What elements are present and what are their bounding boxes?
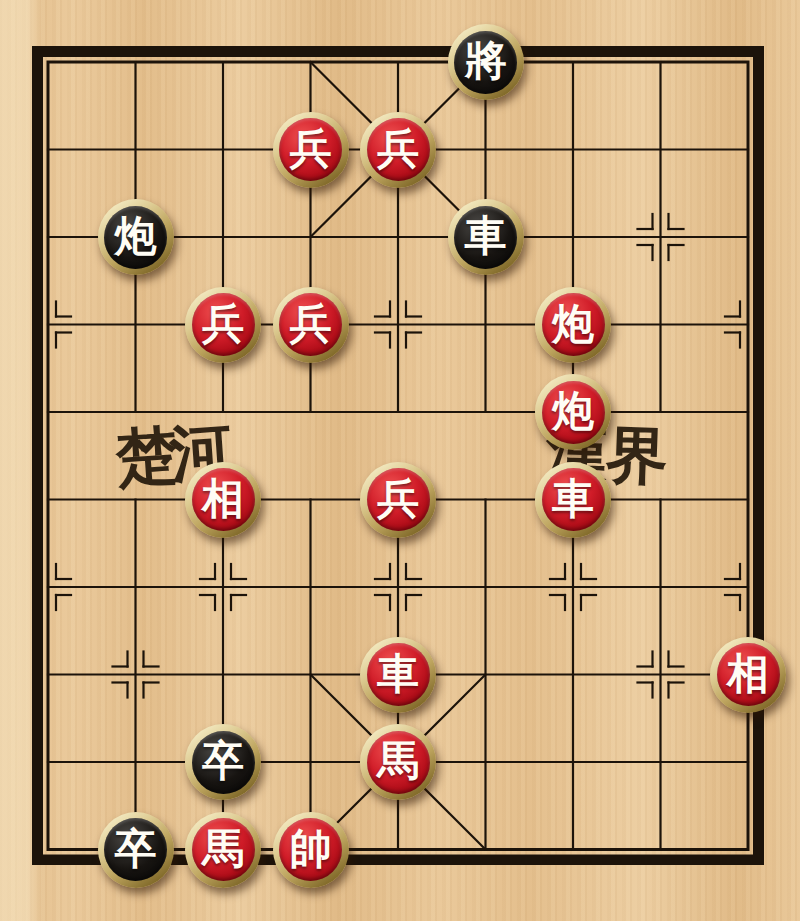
black-cannon-face: 炮 <box>104 206 167 269</box>
piece-red-horse[interactable]: 馬 <box>185 812 261 888</box>
black-soldier-glyph: 卒 <box>115 828 157 870</box>
black-soldier-face: 卒 <box>192 731 255 794</box>
red-soldier-glyph: 兵 <box>377 128 419 170</box>
piece-red-chariot[interactable]: 車 <box>360 637 436 713</box>
piece-red-elephant[interactable]: 相 <box>185 462 261 538</box>
red-soldier-glyph: 兵 <box>202 303 244 345</box>
red-cannon-face: 炮 <box>542 381 605 444</box>
red-horse-glyph: 馬 <box>202 828 244 870</box>
piece-red-horse[interactable]: 馬 <box>360 724 436 800</box>
red-chariot-glyph: 車 <box>552 478 594 520</box>
black-chariot-face: 車 <box>454 206 517 269</box>
piece-black-chariot[interactable]: 車 <box>448 199 524 275</box>
piece-red-cannon[interactable]: 炮 <box>535 374 611 450</box>
black-soldier-glyph: 卒 <box>202 740 244 782</box>
piece-red-soldier[interactable]: 兵 <box>185 287 261 363</box>
red-horse-face: 馬 <box>192 818 255 881</box>
red-chariot-face: 車 <box>367 643 430 706</box>
piece-red-soldier[interactable]: 兵 <box>273 112 349 188</box>
red-soldier-glyph: 兵 <box>290 128 332 170</box>
red-chariot-glyph: 車 <box>377 653 419 695</box>
black-general-face: 將 <box>454 31 517 94</box>
red-soldier-face: 兵 <box>279 293 342 356</box>
red-general-glyph: 帥 <box>290 828 332 870</box>
black-general-glyph: 將 <box>465 40 507 82</box>
red-soldier-face: 兵 <box>279 118 342 181</box>
red-chariot-face: 車 <box>542 468 605 531</box>
piece-red-soldier[interactable]: 兵 <box>273 287 349 363</box>
piece-red-cannon[interactable]: 炮 <box>535 287 611 363</box>
red-horse-face: 馬 <box>367 731 430 794</box>
piece-black-general[interactable]: 將 <box>448 24 524 100</box>
red-elephant-face: 相 <box>192 468 255 531</box>
pieces-grid: 將兵兵炮車兵兵炮炮相兵車車相卒馬卒馬帥 <box>4 18 792 893</box>
red-soldier-face: 兵 <box>367 468 430 531</box>
red-cannon-glyph: 炮 <box>552 303 594 345</box>
piece-red-elephant[interactable]: 相 <box>710 637 786 713</box>
red-general-face: 帥 <box>279 818 342 881</box>
red-cannon-face: 炮 <box>542 293 605 356</box>
red-elephant-glyph: 相 <box>202 478 244 520</box>
red-soldier-glyph: 兵 <box>290 303 332 345</box>
red-soldier-face: 兵 <box>367 118 430 181</box>
piece-black-soldier[interactable]: 卒 <box>185 724 261 800</box>
piece-red-soldier[interactable]: 兵 <box>360 112 436 188</box>
red-cannon-glyph: 炮 <box>552 390 594 432</box>
black-soldier-face: 卒 <box>104 818 167 881</box>
piece-black-soldier[interactable]: 卒 <box>98 812 174 888</box>
red-elephant-face: 相 <box>717 643 780 706</box>
piece-red-chariot[interactable]: 車 <box>535 462 611 538</box>
piece-red-soldier[interactable]: 兵 <box>360 462 436 538</box>
black-cannon-glyph: 炮 <box>115 215 157 257</box>
piece-red-general[interactable]: 帥 <box>273 812 349 888</box>
red-soldier-glyph: 兵 <box>377 478 419 520</box>
red-elephant-glyph: 相 <box>727 653 769 695</box>
piece-black-cannon[interactable]: 炮 <box>98 199 174 275</box>
red-soldier-face: 兵 <box>192 293 255 356</box>
xiangqi-board: 楚河 漢界 將兵兵炮車兵兵炮炮相兵車車相卒馬卒馬帥 <box>0 0 800 921</box>
red-horse-glyph: 馬 <box>377 740 419 782</box>
black-chariot-glyph: 車 <box>465 215 507 257</box>
